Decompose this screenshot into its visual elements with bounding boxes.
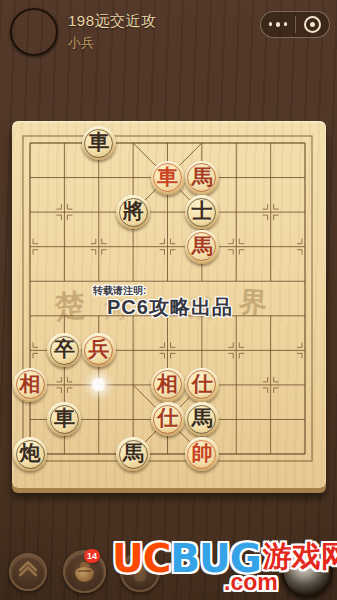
- piece-red-horse[interactable]: 馬: [185, 230, 219, 264]
- watermark-brand: PC6攻略出品: [107, 294, 233, 321]
- piece-black-advisor[interactable]: 士: [185, 195, 219, 229]
- piece-red-elephant[interactable]: 相: [151, 368, 185, 402]
- piece-red-horse[interactable]: 馬: [185, 161, 219, 195]
- piece-red-advisor[interactable]: 仕: [185, 368, 219, 402]
- more-dots-icon: [269, 22, 288, 27]
- exit-circle-icon: [304, 16, 321, 33]
- river-char-chu: 楚: [53, 285, 86, 328]
- piece-red-advisor[interactable]: 仕: [151, 402, 185, 436]
- piece-red-pawn[interactable]: 兵: [82, 333, 116, 367]
- piece-black-general[interactable]: 將: [116, 195, 150, 229]
- app-screen: 198远交近攻 小兵 楚 河 漢 界 車車馬將士馬卒兵相相仕車仕馬炮馬帥 转载请…: [0, 0, 337, 600]
- piece-red-chariot[interactable]: 車: [151, 161, 185, 195]
- watermark-com: .com: [224, 569, 278, 596]
- piece-red-general[interactable]: 帥: [185, 437, 219, 471]
- more-menu-button[interactable]: [261, 12, 295, 37]
- wechat-capsule: [260, 11, 330, 38]
- piece-black-chariot[interactable]: 車: [82, 126, 116, 160]
- exit-button[interactable]: [296, 12, 330, 37]
- player-rank-label: 小兵: [68, 34, 94, 52]
- coin-count-badge: 14: [84, 549, 100, 563]
- watermark-uc: UC: [112, 536, 170, 581]
- piece-black-cannon[interactable]: 炮: [13, 437, 47, 471]
- piece-black-horse[interactable]: 馬: [116, 437, 150, 471]
- watermark-site: 游戏网: [263, 539, 337, 573]
- river-char-jie: 界: [238, 283, 269, 323]
- piece-red-elephant[interactable]: 相: [13, 368, 47, 402]
- expand-menu-button[interactable]: [9, 553, 47, 591]
- money-bag-icon: [75, 567, 94, 582]
- player-avatar[interactable]: [10, 8, 58, 56]
- level-title: 198远交近攻: [68, 12, 157, 31]
